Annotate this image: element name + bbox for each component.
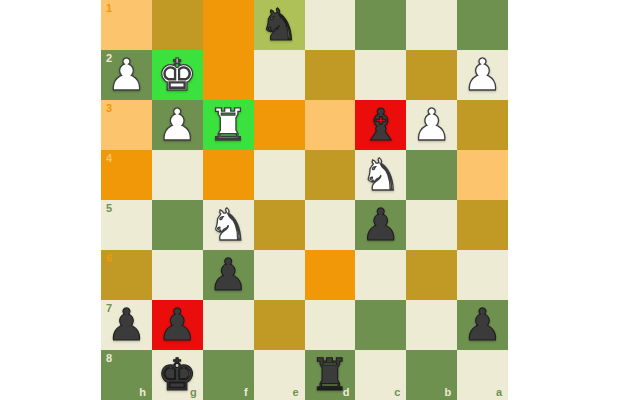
square-f6[interactable]: ♟ bbox=[203, 250, 254, 300]
square-e8[interactable]: e bbox=[254, 350, 305, 400]
square-b7[interactable] bbox=[406, 300, 457, 350]
square-d7[interactable] bbox=[305, 300, 356, 350]
square-b8[interactable]: b bbox=[406, 350, 457, 400]
black-pawn-f6[interactable]: ♟ bbox=[208, 250, 247, 300]
square-d2[interactable] bbox=[305, 50, 356, 100]
square-f8[interactable]: f bbox=[203, 350, 254, 400]
square-d5[interactable] bbox=[305, 200, 356, 250]
square-g5[interactable] bbox=[152, 200, 203, 250]
square-b4[interactable] bbox=[406, 150, 457, 200]
square-g1[interactable] bbox=[152, 0, 203, 50]
white-king-g2[interactable]: ♚ bbox=[158, 50, 197, 100]
square-h4[interactable]: 4 bbox=[101, 150, 152, 200]
square-g7[interactable]: ♟ bbox=[152, 300, 203, 350]
black-pawn-a7[interactable]: ♟ bbox=[463, 300, 502, 350]
square-c7[interactable] bbox=[355, 300, 406, 350]
square-c4[interactable]: ♞ bbox=[355, 150, 406, 200]
square-b3[interactable]: ♟ bbox=[406, 100, 457, 150]
rank-label-5: 5 bbox=[106, 203, 112, 214]
white-rook-f3[interactable]: ♜ bbox=[208, 100, 247, 150]
file-label-c: c bbox=[394, 387, 400, 398]
rank-label-6: 6 bbox=[106, 253, 112, 264]
black-pawn-g7[interactable]: ♟ bbox=[158, 300, 197, 350]
black-knight-e1[interactable]: ♞ bbox=[259, 0, 298, 50]
square-b1[interactable] bbox=[406, 0, 457, 50]
square-a4[interactable] bbox=[457, 150, 508, 200]
square-d6[interactable] bbox=[305, 250, 356, 300]
square-h6[interactable]: 6 bbox=[101, 250, 152, 300]
square-b6[interactable] bbox=[406, 250, 457, 300]
square-b5[interactable] bbox=[406, 200, 457, 250]
square-f2[interactable] bbox=[203, 50, 254, 100]
square-h3[interactable]: 3 bbox=[101, 100, 152, 150]
square-c1[interactable] bbox=[355, 0, 406, 50]
square-c6[interactable] bbox=[355, 250, 406, 300]
file-label-b: b bbox=[444, 387, 451, 398]
square-g8[interactable]: g♚ bbox=[152, 350, 203, 400]
white-pawn-b3[interactable]: ♟ bbox=[412, 100, 451, 150]
square-a1[interactable] bbox=[457, 0, 508, 50]
square-a5[interactable] bbox=[457, 200, 508, 250]
square-e3[interactable] bbox=[254, 100, 305, 150]
square-d8[interactable]: d♜ bbox=[305, 350, 356, 400]
white-pawn-g3[interactable]: ♟ bbox=[158, 100, 197, 150]
square-g2[interactable]: ♚ bbox=[152, 50, 203, 100]
white-knight-c4[interactable]: ♞ bbox=[361, 150, 400, 200]
square-a3[interactable] bbox=[457, 100, 508, 150]
square-b2[interactable] bbox=[406, 50, 457, 100]
square-h7[interactable]: 7♟ bbox=[101, 300, 152, 350]
black-king-g8[interactable]: ♚ bbox=[158, 350, 197, 400]
square-f7[interactable] bbox=[203, 300, 254, 350]
square-f1[interactable] bbox=[203, 0, 254, 50]
file-label-h: h bbox=[139, 387, 146, 398]
rank-label-8: 8 bbox=[106, 353, 112, 364]
square-e2[interactable] bbox=[254, 50, 305, 100]
rank-label-1: 1 bbox=[106, 3, 112, 14]
square-a6[interactable] bbox=[457, 250, 508, 300]
rank-label-4: 4 bbox=[106, 153, 112, 164]
square-e1[interactable]: ♞ bbox=[254, 0, 305, 50]
file-label-a: a bbox=[496, 387, 502, 398]
square-h2[interactable]: 2♟ bbox=[101, 50, 152, 100]
black-pawn-h7[interactable]: ♟ bbox=[107, 300, 146, 350]
chess-board: 1♞2♟♚♟3♟♜♝♟4♞5♞♟6♟7♟♟♟8hg♚fed♜cba bbox=[101, 0, 508, 400]
square-e4[interactable] bbox=[254, 150, 305, 200]
square-g3[interactable]: ♟ bbox=[152, 100, 203, 150]
black-pawn-c5[interactable]: ♟ bbox=[361, 200, 400, 250]
page: 1♞2♟♚♟3♟♜♝♟4♞5♞♟6♟7♟♟♟8hg♚fed♜cba bbox=[0, 0, 640, 400]
square-g6[interactable] bbox=[152, 250, 203, 300]
square-h5[interactable]: 5 bbox=[101, 200, 152, 250]
file-label-f: f bbox=[244, 387, 248, 398]
square-f4[interactable] bbox=[203, 150, 254, 200]
square-e5[interactable] bbox=[254, 200, 305, 250]
square-f3[interactable]: ♜ bbox=[203, 100, 254, 150]
square-h1[interactable]: 1 bbox=[101, 0, 152, 50]
square-g4[interactable] bbox=[152, 150, 203, 200]
square-f5[interactable]: ♞ bbox=[203, 200, 254, 250]
square-c2[interactable] bbox=[355, 50, 406, 100]
square-a2[interactable]: ♟ bbox=[457, 50, 508, 100]
square-e6[interactable] bbox=[254, 250, 305, 300]
file-label-e: e bbox=[292, 387, 298, 398]
rank-label-3: 3 bbox=[106, 103, 112, 114]
white-pawn-a2[interactable]: ♟ bbox=[463, 50, 502, 100]
black-bishop-c3[interactable]: ♝ bbox=[361, 100, 400, 150]
white-knight-f5[interactable]: ♞ bbox=[208, 200, 247, 250]
square-h8[interactable]: 8h bbox=[101, 350, 152, 400]
square-c5[interactable]: ♟ bbox=[355, 200, 406, 250]
square-d3[interactable] bbox=[305, 100, 356, 150]
square-d4[interactable] bbox=[305, 150, 356, 200]
square-a7[interactable]: ♟ bbox=[457, 300, 508, 350]
square-c8[interactable]: c bbox=[355, 350, 406, 400]
square-d1[interactable] bbox=[305, 0, 356, 50]
square-c3[interactable]: ♝ bbox=[355, 100, 406, 150]
black-rook-d8[interactable]: ♜ bbox=[310, 350, 349, 400]
square-e7[interactable] bbox=[254, 300, 305, 350]
square-a8[interactable]: a bbox=[457, 350, 508, 400]
white-pawn-h2[interactable]: ♟ bbox=[107, 50, 146, 100]
